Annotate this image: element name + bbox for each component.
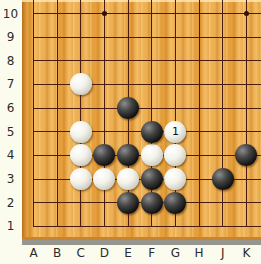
grid-horizontal-line <box>33 84 261 85</box>
grid-vertical-line <box>80 0 81 227</box>
row-label-5: 5 <box>0 125 21 139</box>
star-point <box>102 11 107 16</box>
grid-horizontal-line <box>33 37 261 38</box>
row-label-6: 6 <box>0 101 21 115</box>
board-top-highlight <box>22 0 261 2</box>
column-label-H: H <box>191 246 208 261</box>
column-label-B: B <box>49 246 66 261</box>
grid-vertical-line <box>246 0 247 227</box>
black-stone-F3[interactable] <box>141 168 163 190</box>
black-stone-J3[interactable] <box>212 168 234 190</box>
row-label-9: 9 <box>0 30 21 44</box>
white-stone-E3[interactable] <box>117 168 139 190</box>
white-stone-C3[interactable] <box>70 168 92 190</box>
row-label-1: 1 <box>0 219 21 233</box>
black-stone-F2[interactable] <box>141 192 163 214</box>
black-stone-E2[interactable] <box>117 192 139 214</box>
go-board-diagram: 10987654321ABCDEFGHJK 1 <box>0 0 261 264</box>
row-label-7: 7 <box>0 77 21 91</box>
row-label-2: 2 <box>0 196 21 210</box>
grid-vertical-line <box>199 0 200 227</box>
row-label-4: 4 <box>0 148 21 162</box>
row-label-10: 10 <box>0 7 21 21</box>
white-stone-C5[interactable] <box>70 121 92 143</box>
row-label-8: 8 <box>0 54 21 68</box>
grid-vertical-line <box>222 0 223 227</box>
column-label-J: J <box>214 246 231 261</box>
grid-horizontal-line <box>33 226 261 227</box>
black-stone-G2[interactable] <box>164 192 186 214</box>
board-left-edge <box>22 0 27 238</box>
move-number-label: 1 <box>164 121 186 143</box>
white-stone-F4[interactable] <box>141 144 163 166</box>
grid-horizontal-line <box>33 108 261 109</box>
column-label-G: G <box>167 246 184 261</box>
star-point <box>244 11 249 16</box>
white-stone-G5[interactable]: 1 <box>164 121 186 143</box>
grid-vertical-line <box>104 0 105 227</box>
grid-horizontal-line <box>33 60 261 61</box>
grid-horizontal-line <box>33 13 261 14</box>
column-label-C: C <box>72 246 89 261</box>
row-label-3: 3 <box>0 172 21 186</box>
black-stone-F5[interactable] <box>141 121 163 143</box>
grid-vertical-line <box>33 0 34 227</box>
board-bottom-shadow <box>22 240 261 245</box>
column-label-E: E <box>120 246 137 261</box>
column-label-K: K <box>238 246 255 261</box>
grid-vertical-line <box>57 0 58 227</box>
column-label-F: F <box>143 246 160 261</box>
column-label-D: D <box>96 246 113 261</box>
column-label-A: A <box>25 246 42 261</box>
